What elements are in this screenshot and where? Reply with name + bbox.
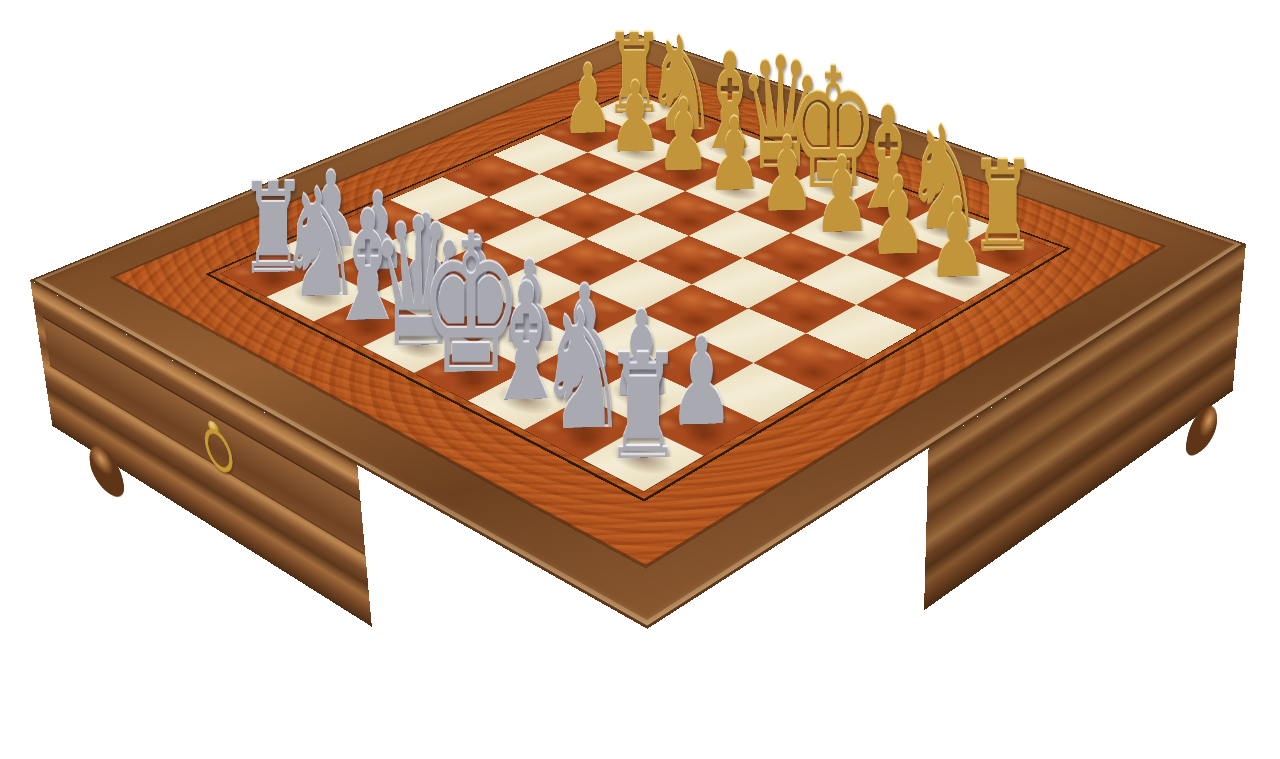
scene-3d: ♜♞♝♛♚♝♞♜♟♟♟♟♟♟♟♟♟♟♟♟♟♟♟♟♜♞♝♛♚♝♞♜ bbox=[0, 0, 1280, 759]
chess-case: ♜♞♝♛♚♝♞♜♟♟♟♟♟♟♟♟♟♟♟♟♟♟♟♟♜♞♝♛♚♝♞♜ bbox=[30, 32, 1246, 629]
bun-foot-left bbox=[86, 438, 127, 505]
product-photo-stage: ♜♞♝♛♚♝♞♜♟♟♟♟♟♟♟♟♟♟♟♟♟♟♟♟♜♞♝♛♚♝♞♜ bbox=[0, 0, 1280, 759]
drawer-ring-pull-icon[interactable] bbox=[201, 425, 237, 477]
bun-foot-right bbox=[1184, 397, 1219, 463]
